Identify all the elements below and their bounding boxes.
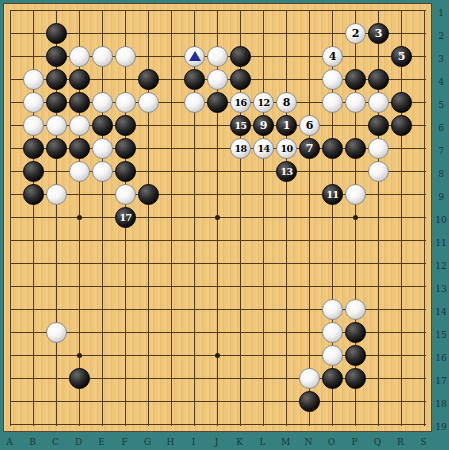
black-stone[interactable] bbox=[115, 115, 136, 136]
white-stone-move-4[interactable]: 4 bbox=[322, 46, 343, 67]
black-stone[interactable] bbox=[46, 46, 67, 67]
column-label-L: L bbox=[255, 435, 270, 449]
column-label-K: K bbox=[232, 435, 247, 449]
white-stone[interactable] bbox=[368, 92, 389, 113]
column-label-N: N bbox=[301, 435, 316, 449]
column-label-Q: Q bbox=[370, 435, 385, 449]
white-stone[interactable] bbox=[92, 46, 113, 67]
column-label-A: A bbox=[2, 435, 17, 449]
black-stone[interactable] bbox=[46, 69, 67, 90]
go-board[interactable]: 234516128159161814107131117 bbox=[3, 3, 432, 432]
white-stone-move-2[interactable]: 2 bbox=[345, 23, 366, 44]
white-stone[interactable] bbox=[92, 161, 113, 182]
star-point bbox=[353, 215, 358, 220]
row-label-7: 7 bbox=[433, 145, 449, 157]
black-stone[interactable] bbox=[322, 138, 343, 159]
row-label-6: 6 bbox=[433, 122, 449, 134]
black-stone[interactable] bbox=[391, 115, 412, 136]
black-stone[interactable] bbox=[345, 322, 366, 343]
white-stone-move-8[interactable]: 8 bbox=[276, 92, 297, 113]
row-label-15: 15 bbox=[433, 329, 449, 341]
row-label-17: 17 bbox=[433, 375, 449, 387]
white-stone[interactable] bbox=[345, 92, 366, 113]
black-stone[interactable] bbox=[345, 368, 366, 389]
star-point bbox=[77, 215, 82, 220]
move-number: 6 bbox=[306, 120, 314, 131]
move-number: 7 bbox=[306, 143, 314, 154]
white-stone-move-18[interactable]: 18 bbox=[230, 138, 251, 159]
black-stone-move-1[interactable]: 1 bbox=[276, 115, 297, 136]
white-stone-move-14[interactable]: 14 bbox=[253, 138, 274, 159]
white-stone[interactable] bbox=[322, 92, 343, 113]
white-stone[interactable] bbox=[368, 161, 389, 182]
white-stone[interactable] bbox=[69, 46, 90, 67]
column-label-M: M bbox=[278, 435, 293, 449]
move-number: 3 bbox=[375, 28, 383, 39]
white-stone[interactable] bbox=[138, 92, 159, 113]
black-stone[interactable] bbox=[138, 69, 159, 90]
white-stone[interactable] bbox=[115, 46, 136, 67]
white-stone[interactable] bbox=[23, 92, 44, 113]
black-stone[interactable] bbox=[92, 115, 113, 136]
column-label-P: P bbox=[347, 435, 362, 449]
white-stone-move-16[interactable]: 16 bbox=[230, 92, 251, 113]
move-number: 11 bbox=[326, 189, 338, 200]
column-label-S: S bbox=[416, 435, 431, 449]
black-stone[interactable] bbox=[230, 46, 251, 67]
triangle-marker-icon bbox=[189, 51, 201, 61]
move-number: 1 bbox=[283, 120, 291, 131]
white-stone[interactable] bbox=[368, 138, 389, 159]
white-stone[interactable] bbox=[322, 69, 343, 90]
black-stone[interactable] bbox=[230, 69, 251, 90]
column-label-D: D bbox=[71, 435, 86, 449]
white-stone-move-6[interactable]: 6 bbox=[299, 115, 320, 136]
white-stone[interactable] bbox=[23, 115, 44, 136]
move-number: 18 bbox=[234, 143, 246, 154]
row-label-16: 16 bbox=[433, 352, 449, 364]
row-label-19: 19 bbox=[433, 421, 449, 433]
row-label-11: 11 bbox=[433, 237, 449, 249]
row-label-2: 2 bbox=[433, 30, 449, 42]
column-label-B: B bbox=[25, 435, 40, 449]
move-number: 17 bbox=[119, 212, 131, 223]
white-stone[interactable] bbox=[23, 69, 44, 90]
star-point bbox=[77, 353, 82, 358]
move-number: 9 bbox=[260, 120, 268, 131]
black-stone[interactable] bbox=[345, 138, 366, 159]
white-stone[interactable] bbox=[345, 299, 366, 320]
white-stone[interactable] bbox=[46, 115, 67, 136]
move-number: 8 bbox=[283, 97, 291, 108]
black-stone[interactable] bbox=[207, 92, 228, 113]
white-stone-move-10[interactable]: 10 bbox=[276, 138, 297, 159]
star-point bbox=[215, 353, 220, 358]
white-stone[interactable] bbox=[207, 46, 228, 67]
black-stone-move-5[interactable]: 5 bbox=[391, 46, 412, 67]
white-stone[interactable] bbox=[207, 69, 228, 90]
white-stone[interactable] bbox=[322, 345, 343, 366]
black-stone[interactable] bbox=[23, 138, 44, 159]
black-stone[interactable] bbox=[46, 138, 67, 159]
row-label-4: 4 bbox=[433, 76, 449, 88]
black-stone[interactable] bbox=[138, 184, 159, 205]
black-stone[interactable] bbox=[23, 161, 44, 182]
move-number: 12 bbox=[257, 97, 269, 108]
move-number: 2 bbox=[352, 28, 360, 39]
row-label-18: 18 bbox=[433, 398, 449, 410]
column-label-C: C bbox=[48, 435, 63, 449]
white-stone[interactable] bbox=[322, 322, 343, 343]
move-number: 4 bbox=[329, 51, 337, 62]
row-label-1: 1 bbox=[433, 7, 449, 19]
black-stone[interactable] bbox=[368, 115, 389, 136]
white-stone[interactable] bbox=[69, 161, 90, 182]
black-stone-move-17[interactable]: 17 bbox=[115, 207, 136, 228]
row-label-5: 5 bbox=[433, 99, 449, 111]
white-stone[interactable] bbox=[69, 115, 90, 136]
black-stone[interactable] bbox=[69, 92, 90, 113]
black-stone[interactable] bbox=[299, 391, 320, 412]
column-label-O: O bbox=[324, 435, 339, 449]
black-stone[interactable] bbox=[368, 69, 389, 90]
row-label-12: 12 bbox=[433, 260, 449, 272]
black-stone-move-13[interactable]: 13 bbox=[276, 161, 297, 182]
black-stone[interactable] bbox=[46, 23, 67, 44]
black-stone-move-11[interactable]: 11 bbox=[322, 184, 343, 205]
column-label-H: H bbox=[163, 435, 178, 449]
move-number: 15 bbox=[234, 120, 246, 131]
white-stone[interactable] bbox=[92, 92, 113, 113]
move-number: 10 bbox=[280, 143, 292, 154]
row-label-9: 9 bbox=[433, 191, 449, 203]
star-point bbox=[215, 215, 220, 220]
black-stone-move-9[interactable]: 9 bbox=[253, 115, 274, 136]
black-stone[interactable] bbox=[184, 69, 205, 90]
black-stone[interactable] bbox=[69, 138, 90, 159]
go-board-app: 234516128159161814107131117 ABCDEFGHIJKL… bbox=[0, 0, 449, 450]
row-label-8: 8 bbox=[433, 168, 449, 180]
black-stone[interactable] bbox=[23, 184, 44, 205]
white-stone[interactable] bbox=[115, 184, 136, 205]
black-stone[interactable] bbox=[69, 69, 90, 90]
black-stone-move-7[interactable]: 7 bbox=[299, 138, 320, 159]
row-label-14: 14 bbox=[433, 306, 449, 318]
white-stone[interactable] bbox=[46, 322, 67, 343]
black-stone[interactable] bbox=[391, 92, 412, 113]
black-stone[interactable] bbox=[115, 161, 136, 182]
row-label-3: 3 bbox=[433, 53, 449, 65]
black-stone[interactable] bbox=[345, 345, 366, 366]
white-stone[interactable] bbox=[322, 299, 343, 320]
black-stone[interactable] bbox=[322, 368, 343, 389]
column-label-I: I bbox=[186, 435, 201, 449]
white-stone[interactable] bbox=[92, 138, 113, 159]
row-label-13: 13 bbox=[433, 283, 449, 295]
white-stone-move-12[interactable]: 12 bbox=[253, 92, 274, 113]
column-label-J: J bbox=[209, 435, 224, 449]
column-label-G: G bbox=[140, 435, 155, 449]
black-stone[interactable] bbox=[69, 368, 90, 389]
move-number: 14 bbox=[257, 143, 269, 154]
column-label-E: E bbox=[94, 435, 109, 449]
white-stone[interactable] bbox=[184, 92, 205, 113]
column-label-F: F bbox=[117, 435, 132, 449]
move-number: 16 bbox=[234, 97, 246, 108]
black-stone[interactable] bbox=[115, 138, 136, 159]
black-stone-move-15[interactable]: 15 bbox=[230, 115, 251, 136]
white-stone[interactable] bbox=[299, 368, 320, 389]
black-stone-move-3[interactable]: 3 bbox=[368, 23, 389, 44]
move-number: 13 bbox=[280, 166, 292, 177]
white-stone[interactable] bbox=[46, 184, 67, 205]
black-stone[interactable] bbox=[345, 69, 366, 90]
column-label-R: R bbox=[393, 435, 408, 449]
move-number: 5 bbox=[398, 51, 406, 62]
row-label-10: 10 bbox=[433, 214, 449, 226]
white-stone-marked[interactable] bbox=[184, 46, 205, 67]
white-stone[interactable] bbox=[345, 184, 366, 205]
white-stone[interactable] bbox=[115, 92, 136, 113]
black-stone[interactable] bbox=[46, 92, 67, 113]
